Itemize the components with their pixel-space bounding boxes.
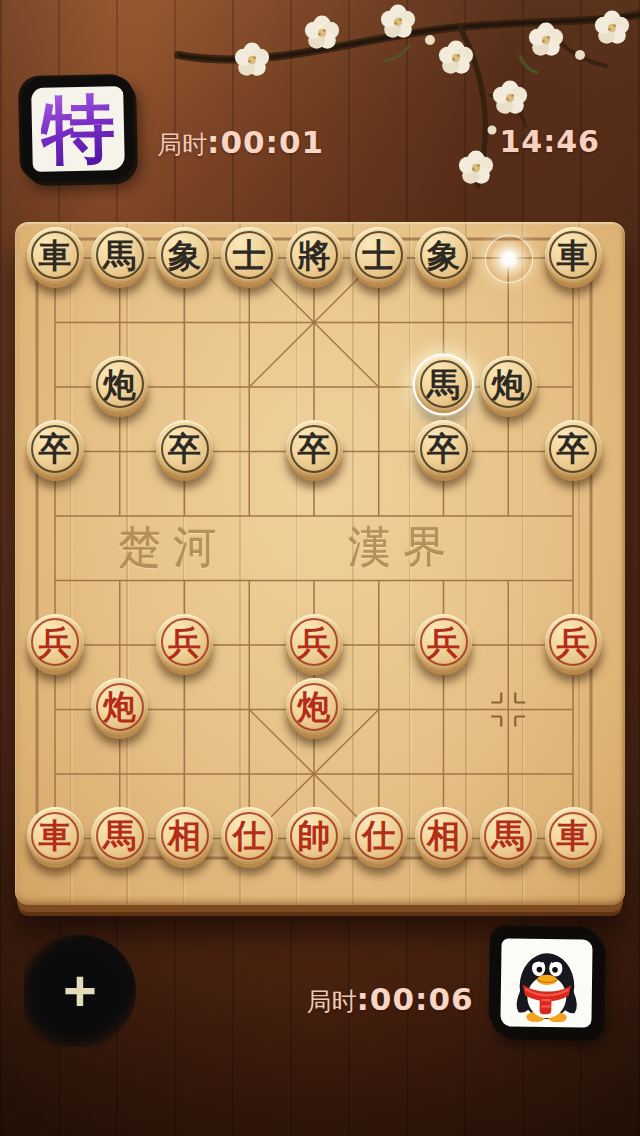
level-badge-text: 特: [40, 91, 116, 167]
bottom-player-game-clock: 局时:00:06: [306, 981, 473, 1018]
piece-black-chariot[interactable]: 車: [545, 227, 602, 284]
bottom-player-avatar[interactable]: [500, 938, 592, 1027]
piece-black-soldier[interactable]: 卒: [286, 420, 343, 477]
piece-black-elephant[interactable]: 象: [156, 227, 213, 284]
player-level-seal-badge: 特: [31, 86, 125, 172]
piece-black-soldier[interactable]: 卒: [415, 420, 472, 477]
piece-red-cannon[interactable]: 炮: [91, 678, 148, 735]
bottom-clock-value: :00:06: [356, 981, 473, 1017]
river-label-right: 漢界: [336, 519, 458, 577]
system-time: 14:46: [500, 124, 601, 159]
piece-red-elephant[interactable]: 相: [415, 807, 472, 864]
piece-black-advisor[interactable]: 士: [350, 227, 407, 284]
piece-black-soldier[interactable]: 卒: [27, 420, 84, 477]
game-screen: 特 局时:00:01 14:46 楚河 漢界 車馬象士將士象車炮馬炮卒卒卒卒卒兵…: [0, 0, 640, 1136]
xiangqi-board[interactable]: 楚河 漢界 車馬象士將士象車炮馬炮卒卒卒卒卒兵兵兵兵兵炮炮車馬相仕帥仕相馬車: [15, 222, 625, 905]
top-clock-value: :00:01: [207, 124, 324, 160]
piece-red-advisor[interactable]: 仕: [221, 807, 278, 864]
river-label-left: 楚河: [106, 519, 228, 577]
piece-black-soldier[interactable]: 卒: [156, 420, 213, 477]
last-move-origin-glow: [485, 235, 533, 283]
piece-black-horse[interactable]: 馬: [91, 227, 148, 284]
piece-red-soldier[interactable]: 兵: [27, 614, 84, 671]
piece-red-soldier[interactable]: 兵: [286, 614, 343, 671]
plus-icon: +: [63, 962, 97, 1020]
piece-red-cannon[interactable]: 炮: [286, 678, 343, 735]
piece-black-elephant[interactable]: 象: [415, 227, 472, 284]
piece-black-cannon[interactable]: 炮: [480, 356, 537, 413]
piece-red-advisor[interactable]: 仕: [350, 807, 407, 864]
bottom-clock-label: 局时: [306, 985, 356, 1018]
top-player-game-clock: 局时:00:01: [157, 124, 324, 161]
piece-black-advisor[interactable]: 士: [221, 227, 278, 284]
add-button[interactable]: +: [24, 935, 136, 1047]
piece-black-horse[interactable]: 馬: [415, 356, 472, 413]
piece-red-soldier[interactable]: 兵: [545, 614, 602, 671]
piece-red-soldier[interactable]: 兵: [415, 614, 472, 671]
piece-red-chariot[interactable]: 車: [27, 807, 84, 864]
piece-black-general[interactable]: 將: [286, 227, 343, 284]
piece-black-soldier[interactable]: 卒: [545, 420, 602, 477]
piece-black-cannon[interactable]: 炮: [91, 356, 148, 413]
piece-red-horse[interactable]: 馬: [91, 807, 148, 864]
piece-red-general[interactable]: 帥: [286, 807, 343, 864]
top-clock-label: 局时: [157, 128, 207, 161]
qq-penguin-icon: [507, 943, 586, 1022]
piece-red-chariot[interactable]: 車: [545, 807, 602, 864]
piece-red-horse[interactable]: 馬: [480, 807, 537, 864]
plum-blossom-decoration: [160, 0, 640, 215]
piece-black-chariot[interactable]: 車: [27, 227, 84, 284]
piece-red-elephant[interactable]: 相: [156, 807, 213, 864]
piece-red-soldier[interactable]: 兵: [156, 614, 213, 671]
